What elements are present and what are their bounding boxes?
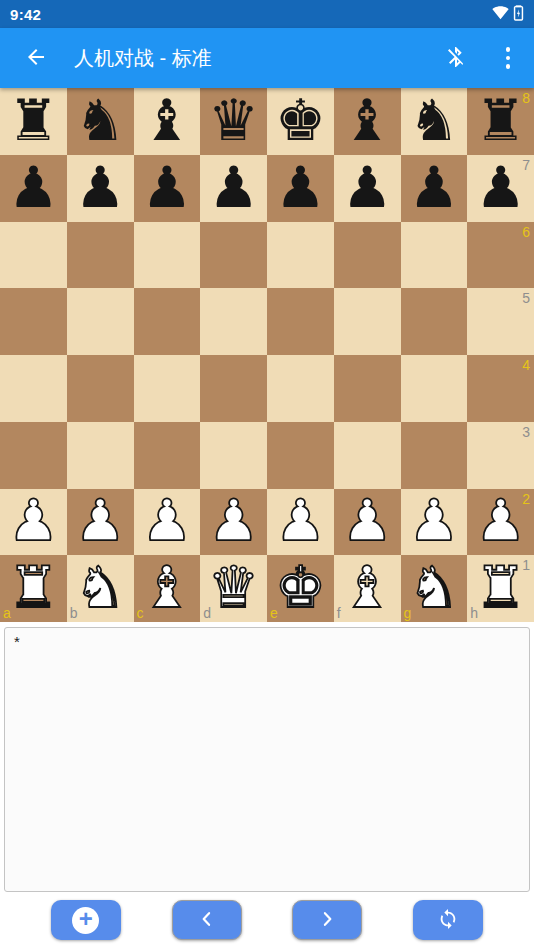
square-f5[interactable]	[334, 288, 401, 355]
black-pawn-piece[interactable]: ♟	[75, 159, 126, 216]
square-h8[interactable]: ♜8	[467, 88, 534, 155]
next-move-button[interactable]	[292, 900, 362, 940]
white-pawn-piece[interactable]: ♟	[208, 492, 259, 549]
wifi-icon	[492, 4, 509, 25]
file-label-d: d	[203, 606, 211, 620]
bluetooth-button[interactable]	[436, 38, 476, 78]
square-h7[interactable]: ♟7	[467, 155, 534, 222]
square-h1[interactable]: ♜1h	[467, 555, 534, 622]
square-g6[interactable]	[401, 222, 468, 289]
square-h5[interactable]: 5	[467, 288, 534, 355]
square-a5[interactable]	[0, 288, 67, 355]
black-pawn-piece[interactable]: ♟	[475, 159, 526, 216]
battery-charging-icon	[513, 3, 524, 26]
black-bishop-piece[interactable]: ♝	[342, 92, 393, 149]
page-title: 人机对战 - 标准	[74, 45, 212, 72]
white-bishop-piece[interactable]: ♝	[141, 559, 192, 616]
back-button[interactable]	[16, 38, 56, 78]
chevron-left-icon	[197, 909, 217, 932]
square-f6[interactable]	[334, 222, 401, 289]
square-d5[interactable]	[200, 288, 267, 355]
prev-move-button[interactable]	[172, 900, 242, 940]
black-pawn-piece[interactable]: ♟	[208, 159, 259, 216]
black-pawn-piece[interactable]: ♟	[8, 159, 59, 216]
white-pawn-piece[interactable]: ♟	[475, 492, 526, 549]
square-g8[interactable]: ♞	[401, 88, 468, 155]
file-label-e: e	[270, 606, 278, 620]
black-queen-piece[interactable]: ♛	[208, 92, 259, 149]
square-e1[interactable]: ♚e	[267, 555, 334, 622]
square-c5[interactable]	[134, 288, 201, 355]
white-rook-piece[interactable]: ♜	[8, 559, 59, 616]
square-f3[interactable]	[334, 422, 401, 489]
square-a3[interactable]	[0, 422, 67, 489]
black-pawn-piece[interactable]: ♟	[275, 159, 326, 216]
file-label-g: g	[404, 606, 412, 620]
white-pawn-piece[interactable]: ♟	[342, 492, 393, 549]
rank-label-8: 8	[522, 91, 530, 105]
square-f1[interactable]: ♝f	[334, 555, 401, 622]
white-bishop-piece[interactable]: ♝	[342, 559, 393, 616]
square-b6[interactable]	[67, 222, 134, 289]
square-c2[interactable]: ♟	[134, 489, 201, 556]
square-a7[interactable]: ♟	[0, 155, 67, 222]
square-a6[interactable]	[0, 222, 67, 289]
square-g2[interactable]: ♟	[401, 489, 468, 556]
square-f2[interactable]: ♟	[334, 489, 401, 556]
square-b4[interactable]	[67, 355, 134, 422]
square-e3[interactable]	[267, 422, 334, 489]
status-bar: 9:42	[0, 0, 534, 28]
square-h3[interactable]: 3	[467, 422, 534, 489]
square-b2[interactable]: ♟	[67, 489, 134, 556]
bottom-toolbar: +	[0, 900, 534, 940]
add-button[interactable]: +	[51, 900, 121, 940]
white-knight-piece[interactable]: ♞	[75, 559, 126, 616]
square-d3[interactable]	[200, 422, 267, 489]
square-e4[interactable]	[267, 355, 334, 422]
rank-label-3: 3	[522, 425, 530, 439]
bluetooth-disabled-icon	[444, 45, 468, 72]
black-knight-piece[interactable]: ♞	[408, 92, 459, 149]
black-bishop-piece[interactable]: ♝	[141, 92, 192, 149]
white-knight-piece[interactable]: ♞	[408, 559, 459, 616]
white-pawn-piece[interactable]: ♟	[408, 492, 459, 549]
white-pawn-piece[interactable]: ♟	[8, 492, 59, 549]
file-label-c: c	[137, 606, 144, 620]
rank-label-5: 5	[522, 291, 530, 305]
rank-label-1: 1	[522, 558, 530, 572]
square-h2[interactable]: ♟2	[467, 489, 534, 556]
square-e2[interactable]: ♟	[267, 489, 334, 556]
sync-icon	[437, 908, 459, 933]
rank-label-2: 2	[522, 492, 530, 506]
square-c7[interactable]: ♟	[134, 155, 201, 222]
square-a1[interactable]: ♜a	[0, 555, 67, 622]
black-rook-piece[interactable]: ♜	[475, 92, 526, 149]
white-pawn-piece[interactable]: ♟	[275, 492, 326, 549]
square-c1[interactable]: ♝c	[134, 555, 201, 622]
square-g1[interactable]: ♞g	[401, 555, 468, 622]
square-a8[interactable]: ♜	[0, 88, 67, 155]
file-label-f: f	[337, 606, 341, 620]
black-pawn-piece[interactable]: ♟	[141, 159, 192, 216]
move-list-panel[interactable]: *	[4, 627, 530, 892]
clock-time: 9:42	[10, 6, 41, 23]
white-pawn-piece[interactable]: ♟	[75, 492, 126, 549]
black-pawn-piece[interactable]: ♟	[342, 159, 393, 216]
square-a4[interactable]	[0, 355, 67, 422]
square-e5[interactable]	[267, 288, 334, 355]
square-e8[interactable]: ♚	[267, 88, 334, 155]
square-d6[interactable]	[200, 222, 267, 289]
rank-label-4: 4	[522, 358, 530, 372]
square-f8[interactable]: ♝	[334, 88, 401, 155]
square-d1[interactable]: ♛d	[200, 555, 267, 622]
square-c4[interactable]	[134, 355, 201, 422]
file-label-a: a	[3, 606, 11, 620]
black-rook-piece[interactable]: ♜	[8, 92, 59, 149]
rank-label-6: 6	[522, 225, 530, 239]
square-a2[interactable]: ♟	[0, 489, 67, 556]
square-b1[interactable]: ♞b	[67, 555, 134, 622]
square-b3[interactable]	[67, 422, 134, 489]
app-bar: 人机对战 - 标准	[0, 28, 534, 88]
square-h4[interactable]: 4	[467, 355, 534, 422]
square-h6[interactable]: 6	[467, 222, 534, 289]
chevron-right-icon	[317, 909, 337, 932]
overflow-menu-icon	[506, 47, 511, 69]
square-b5[interactable]	[67, 288, 134, 355]
square-c3[interactable]	[134, 422, 201, 489]
black-king-piece[interactable]: ♚	[275, 92, 326, 149]
square-g4[interactable]	[401, 355, 468, 422]
square-g7[interactable]: ♟	[401, 155, 468, 222]
rank-label-7: 7	[522, 158, 530, 172]
white-king-piece[interactable]: ♚	[275, 559, 326, 616]
square-e7[interactable]: ♟	[267, 155, 334, 222]
square-d2[interactable]: ♟	[200, 489, 267, 556]
square-c6[interactable]	[134, 222, 201, 289]
file-label-h: h	[470, 606, 478, 620]
square-b7[interactable]: ♟	[67, 155, 134, 222]
arrow-left-icon	[24, 45, 48, 72]
square-e6[interactable]	[267, 222, 334, 289]
square-d7[interactable]: ♟	[200, 155, 267, 222]
square-d8[interactable]: ♛	[200, 88, 267, 155]
black-knight-piece[interactable]: ♞	[75, 92, 126, 149]
chess-board[interactable]: ♜♞♝♛♚♝♞♜8♟♟♟♟♟♟♟♟76543♟♟♟♟♟♟♟♟2♜a♞b♝c♛d♚…	[0, 88, 534, 622]
square-c8[interactable]: ♝	[134, 88, 201, 155]
white-pawn-piece[interactable]: ♟	[141, 492, 192, 549]
square-f4[interactable]	[334, 355, 401, 422]
white-queen-piece[interactable]: ♛	[208, 559, 259, 616]
white-rook-piece[interactable]: ♜	[475, 559, 526, 616]
square-d4[interactable]	[200, 355, 267, 422]
file-label-b: b	[70, 606, 78, 620]
square-b8[interactable]: ♞	[67, 88, 134, 155]
black-pawn-piece[interactable]: ♟	[408, 159, 459, 216]
overflow-menu-button[interactable]	[488, 38, 528, 78]
flip-board-button[interactable]	[413, 900, 483, 940]
square-g3[interactable]	[401, 422, 468, 489]
square-f7[interactable]: ♟	[334, 155, 401, 222]
square-g5[interactable]	[401, 288, 468, 355]
plus-circle-icon: +	[72, 907, 99, 934]
